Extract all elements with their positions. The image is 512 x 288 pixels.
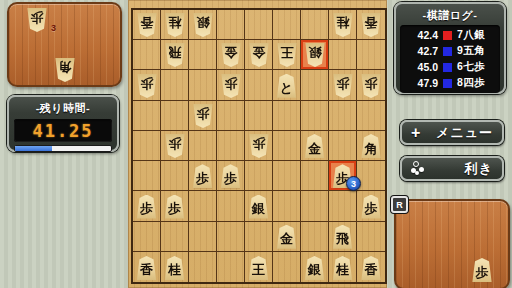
board-cell[interactable]: 歩 (161, 191, 189, 221)
board-cell[interactable]: 飛 (329, 222, 357, 252)
board-cell[interactable]: 歩 (161, 131, 189, 161)
board-cell[interactable] (217, 10, 245, 40)
player-color-square (443, 63, 452, 72)
board-cell[interactable] (301, 222, 329, 252)
piece-歩-gote: 歩 (361, 74, 381, 98)
piece-香-gote: 香 (361, 13, 381, 37)
piece-歩-gote: 歩 (333, 74, 353, 98)
kifu-log-entry: 42.47八銀 (400, 28, 500, 42)
board-cell[interactable] (133, 101, 161, 131)
board-cell[interactable] (217, 101, 245, 131)
board-cell[interactable]: 桂 (329, 10, 357, 40)
board-cell[interactable] (189, 131, 217, 161)
time-progress-fill (15, 146, 52, 151)
board-cell[interactable] (133, 222, 161, 252)
board-cell[interactable]: 王 (245, 252, 273, 282)
hand-piece-count: 3 (51, 23, 56, 33)
piece-銀-gote: 銀 (305, 43, 325, 67)
board-cell[interactable] (357, 222, 385, 252)
piece-歩-sente: 歩 (165, 195, 185, 219)
piece-飛-sente: 飛 (333, 225, 353, 249)
piece-歩-sente: 歩 (193, 164, 213, 188)
board-cell[interactable] (161, 161, 189, 191)
kifu-log-panel: -棋譜ログ- 42.47八銀42.79五角45.06七歩47.98四歩 (394, 2, 506, 94)
board-cell[interactable]: 歩 (133, 191, 161, 221)
board-cell[interactable] (329, 40, 357, 70)
menu-button-label: メニュー (436, 124, 493, 142)
piece-桂-sente: 桂 (165, 256, 185, 280)
timer-value: 41.25 (32, 121, 93, 141)
piece-銀-sente: 銀 (249, 195, 269, 219)
board-cell[interactable] (273, 131, 301, 161)
shogi-board: 香桂銀桂香飛金金王銀歩歩と歩歩歩歩歩金角歩歩歩3歩歩銀歩金飛香桂王銀桂香 (128, 0, 387, 288)
piece-歩-gote: 歩 (137, 74, 157, 98)
board-cell[interactable] (189, 191, 217, 221)
piece-歩-sente: 歩 (361, 195, 381, 219)
move-time: 47.9 (413, 77, 438, 89)
kifu-log-entry: 42.79五角 (400, 44, 500, 58)
board-cell[interactable] (301, 191, 329, 221)
timer-title: -残り時間- (9, 97, 117, 116)
piece-歩-gote: 歩 (249, 134, 269, 158)
move-time: 42.4 (413, 29, 438, 41)
board-cell[interactable] (189, 252, 217, 282)
board-cell[interactable] (273, 10, 301, 40)
board-cell[interactable]: 銀 (301, 252, 329, 282)
board-cell[interactable]: 歩 (217, 161, 245, 191)
gote-captured-tray[interactable]: 歩3角 (7, 2, 122, 87)
timer-panel: -残り時間- 41.25 (7, 95, 119, 152)
board-cell[interactable] (217, 131, 245, 161)
piece-金-gote: 金 (221, 43, 241, 67)
piece-飛-gote: 飛 (165, 43, 185, 67)
board-cell[interactable] (245, 10, 273, 40)
board-cell[interactable] (301, 10, 329, 40)
player-color-square (443, 47, 452, 56)
board-cell[interactable] (273, 161, 301, 191)
piece-と-sente: と (277, 74, 297, 98)
board-cell[interactable] (161, 70, 189, 100)
board-cell[interactable] (245, 161, 273, 191)
piece-金-sente: 金 (277, 225, 297, 249)
board-cell[interactable]: 歩 (357, 191, 385, 221)
board-cell[interactable] (301, 70, 329, 100)
kifu-log-entry: 47.98四歩 (400, 76, 500, 90)
board-cell[interactable]: 銀 (301, 40, 329, 70)
board-cell[interactable] (245, 222, 273, 252)
board-cell[interactable]: 歩 (357, 70, 385, 100)
move-time: 45.0 (413, 61, 438, 73)
board-cell[interactable]: 銀 (245, 191, 273, 221)
board-cell[interactable]: 歩 (245, 131, 273, 161)
piece-銀-sente: 銀 (305, 256, 325, 280)
board-cell[interactable] (245, 101, 273, 131)
board-cell[interactable] (357, 40, 385, 70)
board-cell[interactable] (329, 131, 357, 161)
board-cell[interactable]: 金 (217, 40, 245, 70)
piece-桂-gote: 桂 (333, 13, 353, 37)
sente-captured-tray[interactable]: 歩 (394, 199, 510, 288)
player-color-square (443, 79, 452, 88)
shogi-game-screen: 歩3角 -残り時間- 41.25 香桂銀桂香飛金金王銀歩歩と歩歩歩歩歩金角歩歩歩… (0, 0, 512, 288)
piece-桂-sente: 桂 (333, 256, 353, 280)
menu-button[interactable]: + メニュー (400, 120, 504, 145)
board-cell[interactable] (273, 191, 301, 221)
kifu-log-entry: 45.06七歩 (400, 60, 500, 74)
piece-角-gote[interactable]: 角 (55, 58, 75, 82)
board-cell[interactable] (161, 222, 189, 252)
piece-王-gote: 王 (277, 43, 297, 67)
board-cell[interactable]: 王 (273, 40, 301, 70)
board-cell[interactable]: 香 (133, 10, 161, 40)
piece-歩-gote: 歩 (193, 104, 213, 128)
board-cell[interactable] (217, 222, 245, 252)
board-cell[interactable] (133, 161, 161, 191)
piece-歩-sente: 歩 (137, 195, 157, 219)
board-cell[interactable] (217, 191, 245, 221)
board-cell[interactable]: 歩3 (329, 161, 357, 191)
board-cell[interactable] (189, 40, 217, 70)
r-button-badge[interactable]: R (391, 196, 408, 213)
piece-香-sente: 香 (361, 256, 381, 280)
piece-歩-gote: 歩 (221, 74, 241, 98)
board-cell[interactable] (357, 161, 385, 191)
board-cell[interactable]: 歩 (329, 70, 357, 100)
board-cell[interactable]: 歩 (133, 70, 161, 100)
hand-piece-slot[interactable]: 角 (55, 58, 75, 82)
piece-金-sente: 金 (305, 134, 325, 158)
board-cell[interactable] (189, 222, 217, 252)
piece-香-gote: 香 (137, 13, 157, 37)
piece-桂-gote: 桂 (165, 13, 185, 37)
board-cell[interactable] (133, 131, 161, 161)
board-cell[interactable] (189, 70, 217, 100)
board-cell[interactable]: 香 (357, 252, 385, 282)
board-cell[interactable] (301, 161, 329, 191)
board-cell[interactable] (245, 70, 273, 100)
board-cell[interactable]: 歩 (189, 101, 217, 131)
board-cell[interactable] (161, 101, 189, 131)
move-time: 42.7 (413, 45, 438, 57)
move-text: 9五角 (457, 44, 485, 58)
kifu-log-title: -棋譜ログ- (396, 4, 504, 23)
board-cell[interactable]: 桂 (161, 10, 189, 40)
board-cell[interactable]: 桂 (329, 252, 357, 282)
piece-王-sente: 王 (249, 256, 269, 280)
player-color-square (443, 31, 452, 40)
piece-香-sente: 香 (137, 256, 157, 280)
board-grid: 香桂銀桂香飛金金王銀歩歩と歩歩歩歩歩金角歩歩歩3歩歩銀歩金飛香桂王銀桂香 (131, 8, 387, 284)
board-cell[interactable]: 銀 (189, 10, 217, 40)
board-cell[interactable]: 香 (133, 252, 161, 282)
board-cell[interactable] (301, 101, 329, 131)
board-cell[interactable]: 飛 (161, 40, 189, 70)
kiki-button-label: 利き (465, 160, 493, 178)
piece-歩-gote: 歩 (165, 134, 185, 158)
board-cell[interactable] (329, 191, 357, 221)
board-cell[interactable]: 金 (245, 40, 273, 70)
board-cell[interactable] (273, 252, 301, 282)
kifu-log-list: 42.47八銀42.79五角45.06七歩47.98四歩 (400, 25, 500, 93)
board-cell[interactable]: 香 (357, 10, 385, 40)
board-cell[interactable] (357, 101, 385, 131)
piece-歩-gote[interactable]: 歩 (27, 8, 47, 32)
board-cell[interactable] (329, 101, 357, 131)
move-text: 6七歩 (457, 60, 485, 74)
board-cell[interactable]: 金 (301, 131, 329, 161)
controller-buttons-icon (411, 161, 426, 176)
board-cell[interactable]: 歩 (189, 161, 217, 191)
plus-button-icon: + (411, 125, 420, 141)
piece-歩-sente: 歩 (221, 164, 241, 188)
board-cell[interactable]: と (273, 70, 301, 100)
hand-piece-slot[interactable]: 歩 (472, 258, 492, 282)
move-text: 7八銀 (457, 28, 485, 42)
board-cell[interactable] (133, 40, 161, 70)
board-cell[interactable]: 桂 (161, 252, 189, 282)
hand-piece-slot[interactable]: 歩3 (27, 8, 47, 32)
piece-金-gote: 金 (249, 43, 269, 67)
piece-角-sente: 角 (361, 134, 381, 158)
board-cell[interactable] (217, 252, 245, 282)
timer-display: 41.25 (14, 119, 112, 142)
time-progress-bar (14, 145, 112, 152)
board-cell[interactable]: 歩 (217, 70, 245, 100)
board-cell[interactable] (273, 101, 301, 131)
move-text: 8四歩 (457, 76, 485, 90)
kiki-button[interactable]: 利き (400, 156, 504, 181)
piece-歩-sente[interactable]: 歩 (472, 258, 492, 282)
board-cell[interactable]: 角 (357, 131, 385, 161)
piece-銀-gote: 銀 (193, 13, 213, 37)
board-cell[interactable]: 金 (273, 222, 301, 252)
